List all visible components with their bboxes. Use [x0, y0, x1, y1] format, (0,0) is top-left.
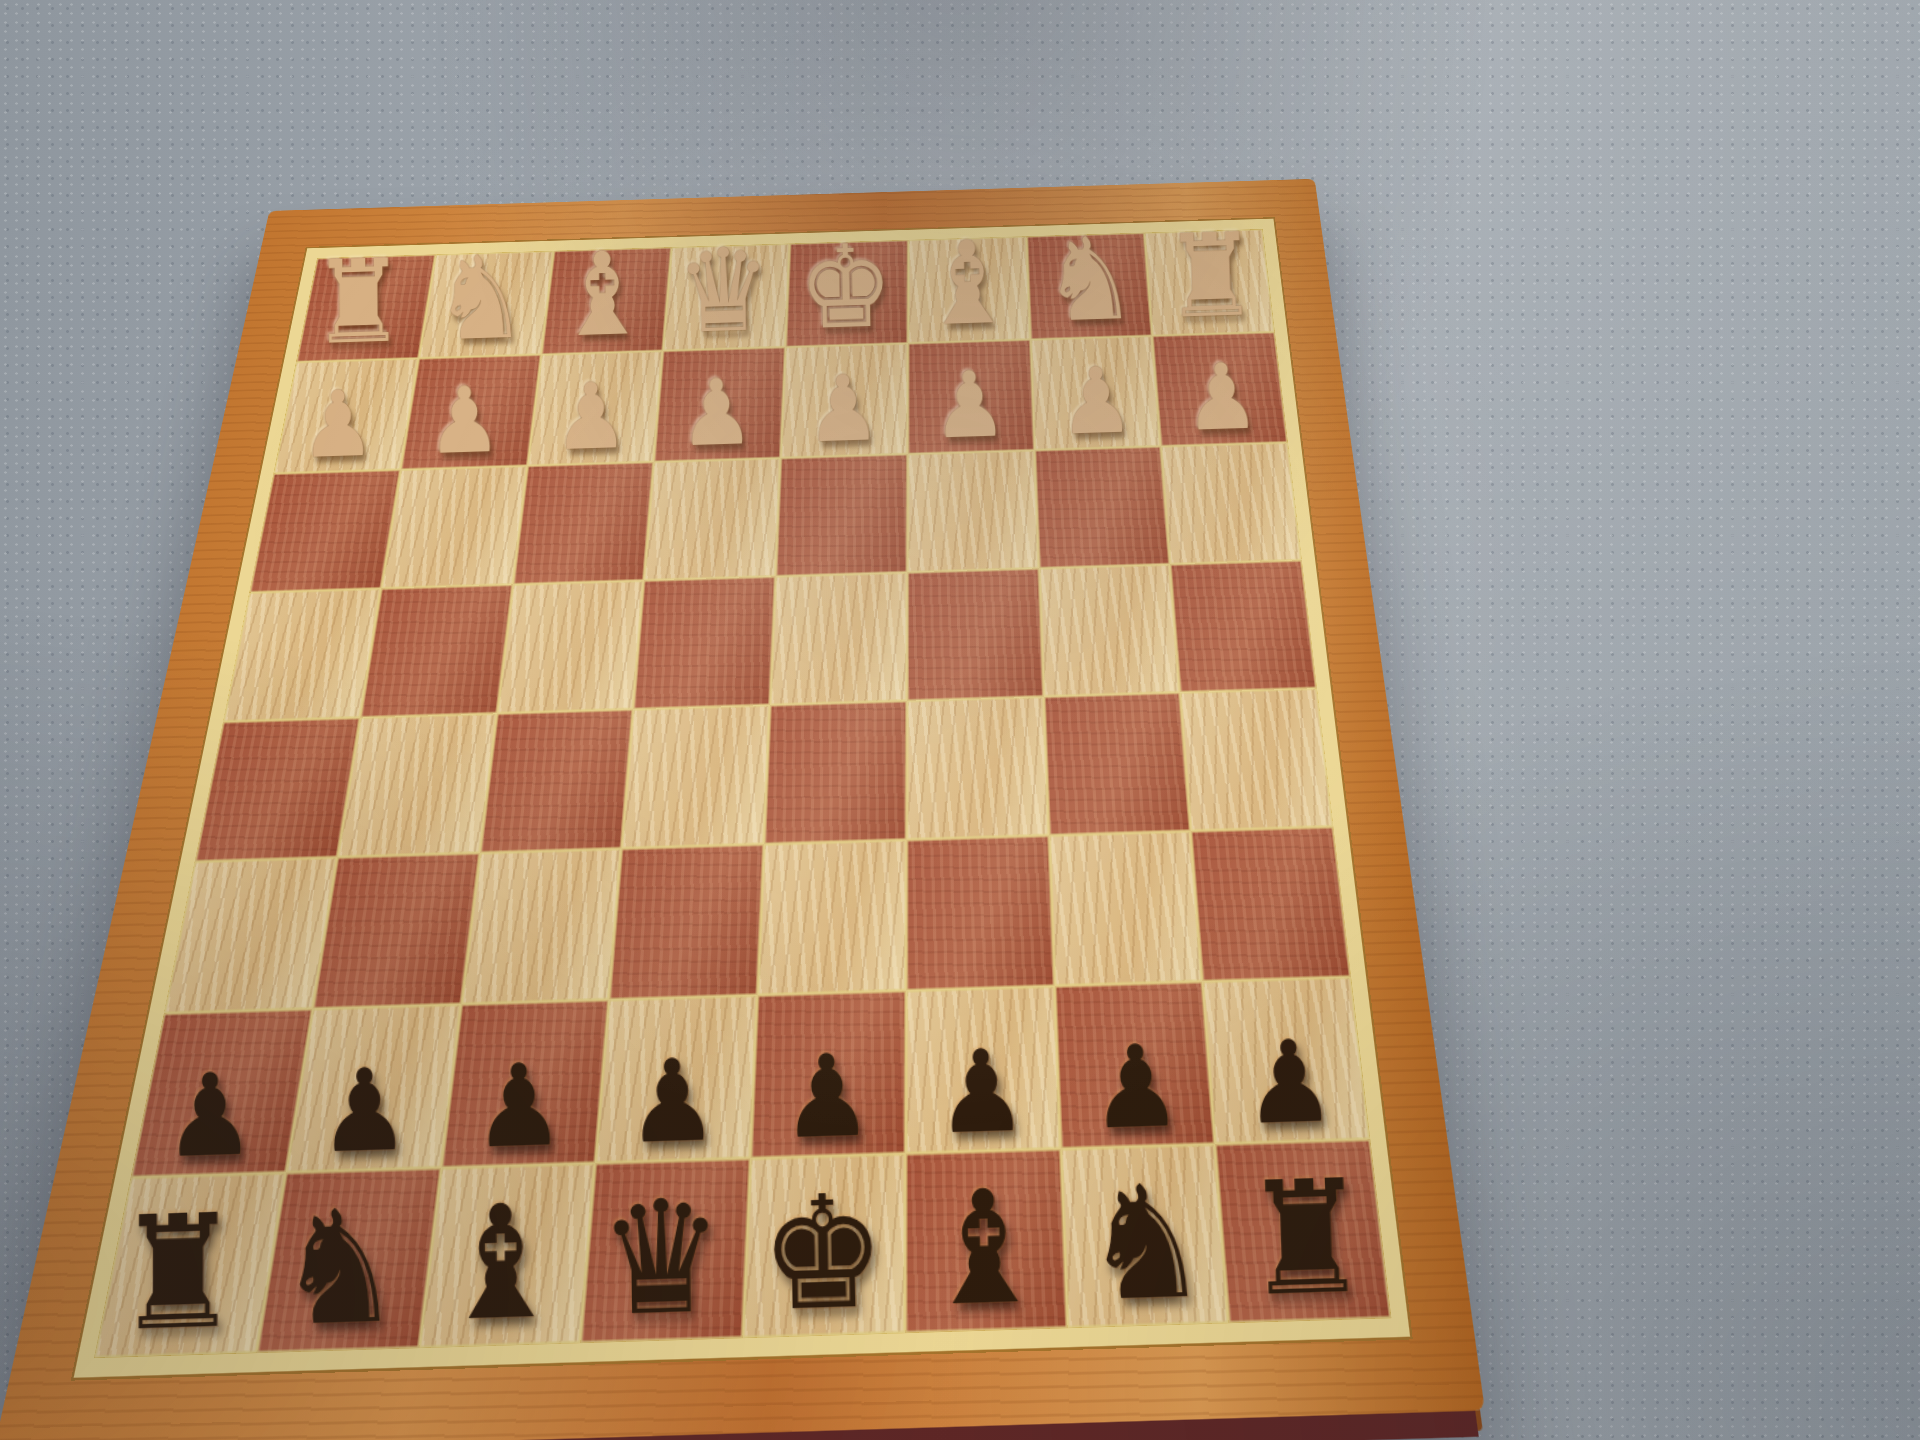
square-4-4[interactable]	[764, 701, 907, 844]
square-5-3[interactable]	[609, 844, 764, 999]
square-3-6[interactable]	[1039, 564, 1180, 696]
square-6-7[interactable]: ♟	[1202, 976, 1370, 1144]
square-7-4[interactable]: ♚	[743, 1154, 906, 1338]
piece-light-queen[interactable]: ♛	[662, 232, 786, 350]
piece-dark-pawn[interactable]: ♟	[287, 1051, 442, 1169]
piece-light-knight[interactable]: ♞	[1027, 220, 1152, 338]
piece-dark-pawn[interactable]: ♟	[1057, 1028, 1215, 1146]
piece-dark-bishop[interactable]: ♝	[902, 1168, 1067, 1329]
square-2-5[interactable]	[907, 450, 1039, 573]
square-4-3[interactable]	[622, 705, 770, 848]
square-4-2[interactable]	[479, 709, 633, 852]
square-2-1[interactable]	[381, 465, 527, 588]
square-6-3[interactable]: ♟	[596, 995, 758, 1164]
piece-dark-pawn[interactable]: ♟	[749, 1037, 905, 1155]
square-3-0[interactable]	[223, 589, 381, 722]
square-4-7[interactable]	[1180, 688, 1333, 831]
square-6-4[interactable]: ♟	[750, 990, 905, 1159]
square-6-5[interactable]: ♟	[905, 985, 1060, 1153]
piece-dark-queen[interactable]: ♛	[580, 1178, 743, 1339]
chess-board: ♜♞♝♛♚♝♞♜♟♟♟♟♟♟♟♟♟♟♟♟♟♟♟♟♜♞♝♛♚♝♞♜	[0, 179, 1485, 1440]
square-2-6[interactable]	[1034, 446, 1170, 569]
piece-light-pawn[interactable]: ♟	[653, 365, 781, 460]
square-2-2[interactable]	[512, 461, 653, 584]
square-5-7[interactable]	[1191, 826, 1351, 980]
square-1-2[interactable]: ♟	[527, 351, 663, 466]
square-0-6[interactable]: ♞	[1026, 233, 1152, 340]
square-7-7[interactable]: ♜	[1215, 1140, 1391, 1323]
square-5-1[interactable]	[313, 853, 480, 1009]
piece-dark-bishop[interactable]: ♝	[419, 1182, 582, 1343]
piece-dark-rook[interactable]: ♜	[97, 1192, 259, 1353]
piece-light-bishop[interactable]: ♝	[541, 235, 664, 353]
square-4-0[interactable]	[195, 718, 360, 862]
piece-light-knight[interactable]: ♞	[419, 239, 542, 357]
square-4-6[interactable]	[1043, 692, 1190, 835]
square-3-2[interactable]	[497, 581, 644, 714]
square-1-7[interactable]: ♟	[1152, 332, 1287, 446]
piece-light-pawn[interactable]: ♟	[275, 377, 402, 472]
square-5-0[interactable]	[164, 857, 337, 1013]
square-5-5[interactable]	[906, 835, 1054, 990]
square-7-5[interactable]: ♝	[905, 1149, 1067, 1333]
piece-light-rook[interactable]: ♜	[298, 243, 420, 361]
square-6-2[interactable]: ♟	[441, 999, 610, 1168]
square-5-2[interactable]	[461, 848, 622, 1003]
square-0-2[interactable]: ♝	[541, 247, 672, 354]
piece-dark-pawn[interactable]: ♟	[441, 1046, 596, 1164]
square-0-4[interactable]: ♚	[785, 240, 908, 347]
piece-dark-pawn[interactable]: ♟	[1211, 1023, 1369, 1141]
square-7-0[interactable]: ♜	[94, 1173, 285, 1358]
piece-dark-knight[interactable]: ♞	[258, 1187, 420, 1348]
square-0-3[interactable]: ♛	[663, 244, 790, 351]
square-3-1[interactable]	[360, 585, 513, 718]
square-1-0[interactable]: ♟	[274, 358, 419, 473]
piece-dark-pawn[interactable]: ♟	[595, 1042, 751, 1160]
square-4-1[interactable]	[337, 713, 496, 857]
piece-light-pawn[interactable]: ♟	[1032, 354, 1161, 449]
square-0-1[interactable]: ♞	[418, 251, 553, 358]
chess-board-grid: ♜♞♝♛♚♝♞♜♟♟♟♟♟♟♟♟♟♟♟♟♟♟♟♟♜♞♝♛♚♝♞♜	[94, 229, 1391, 1358]
carpet-background: ♜♞♝♛♚♝♞♜♟♟♟♟♟♟♟♟♟♟♟♟♟♟♟♟♜♞♝♛♚♝♞♜	[0, 0, 1920, 1440]
square-6-1[interactable]: ♟	[286, 1004, 461, 1173]
piece-dark-pawn[interactable]: ♟	[133, 1056, 288, 1174]
square-1-5[interactable]: ♟	[907, 339, 1034, 453]
piece-dark-knight[interactable]: ♞	[1062, 1163, 1228, 1324]
square-6-0[interactable]: ♟	[131, 1008, 313, 1177]
square-2-7[interactable]	[1161, 442, 1302, 565]
square-0-7[interactable]: ♜	[1144, 229, 1274, 335]
square-2-4[interactable]	[776, 454, 908, 577]
square-7-2[interactable]: ♝	[418, 1163, 595, 1348]
piece-light-pawn[interactable]: ♟	[779, 361, 907, 456]
square-3-4[interactable]	[770, 573, 907, 705]
piece-light-pawn[interactable]: ♟	[1158, 350, 1287, 445]
square-5-6[interactable]	[1049, 831, 1203, 986]
square-2-3[interactable]	[644, 458, 781, 581]
piece-dark-pawn[interactable]: ♟	[903, 1032, 1060, 1150]
square-5-4[interactable]	[758, 839, 907, 994]
piece-light-pawn[interactable]: ♟	[527, 369, 654, 464]
square-7-6[interactable]: ♞	[1060, 1144, 1229, 1328]
square-7-3[interactable]: ♛	[581, 1159, 751, 1343]
square-1-1[interactable]: ♟	[400, 354, 540, 469]
piece-light-rook[interactable]: ♜	[1148, 217, 1274, 335]
piece-light-king[interactable]: ♚	[784, 228, 908, 346]
square-0-0[interactable]: ♜	[296, 255, 435, 362]
square-1-4[interactable]: ♟	[781, 343, 908, 457]
square-3-7[interactable]	[1170, 560, 1317, 692]
square-0-5[interactable]: ♝	[908, 236, 1030, 343]
square-1-6[interactable]: ♟	[1030, 336, 1161, 450]
piece-dark-rook[interactable]: ♜	[1223, 1158, 1390, 1319]
piece-light-bishop[interactable]: ♝	[905, 224, 1030, 342]
piece-light-pawn[interactable]: ♟	[401, 373, 528, 468]
square-1-3[interactable]: ♟	[654, 347, 786, 462]
piece-light-pawn[interactable]: ♟	[906, 358, 1035, 453]
square-6-6[interactable]: ♟	[1054, 981, 1215, 1149]
square-3-3[interactable]	[633, 577, 775, 710]
square-4-5[interactable]	[906, 697, 1048, 840]
board-inlay-border: ♜♞♝♛♚♝♞♜♟♟♟♟♟♟♟♟♟♟♟♟♟♟♟♟♜♞♝♛♚♝♞♜	[74, 219, 1410, 1378]
piece-dark-king[interactable]: ♚	[741, 1173, 905, 1334]
square-2-0[interactable]	[249, 469, 400, 593]
square-7-1[interactable]: ♞	[256, 1168, 440, 1353]
square-3-5[interactable]	[907, 569, 1044, 701]
